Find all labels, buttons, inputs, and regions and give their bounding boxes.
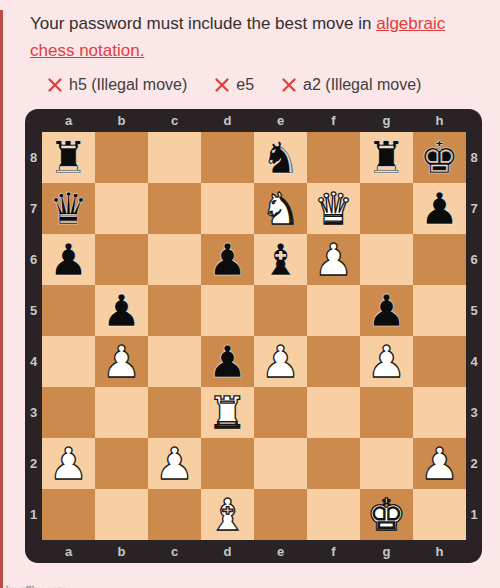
black-pawn-h7: ♟	[420, 183, 459, 234]
square-e4: ♟	[254, 336, 307, 387]
rank-label-1-left: 1	[25, 489, 42, 540]
rank-label-4-right: 4	[466, 336, 482, 387]
square-e6: ♝	[254, 234, 307, 285]
rank-label-6-right: 6	[466, 234, 482, 285]
rank-label-5-right: 5	[466, 285, 482, 336]
square-b8	[95, 132, 148, 183]
square-g4: ♟	[360, 336, 413, 387]
white-pawn-g4: ♟	[367, 336, 406, 387]
square-a4	[42, 336, 95, 387]
square-e1	[254, 489, 307, 540]
square-a1	[42, 489, 95, 540]
board-frame-corner	[466, 109, 482, 132]
rejected-move-label: a2 (Illegal move)	[303, 76, 421, 94]
square-f4	[307, 336, 360, 387]
square-a3	[42, 387, 95, 438]
square-f3	[307, 387, 360, 438]
white-queen-f7: ♛	[314, 183, 353, 234]
black-king-h8: ♚	[420, 132, 459, 183]
rank-label-5-left: 5	[25, 285, 42, 336]
square-f1	[307, 489, 360, 540]
square-c8	[148, 132, 201, 183]
rejected-move-label: h5 (Illegal move)	[69, 76, 187, 94]
file-label-d-top: d	[201, 109, 254, 132]
white-pawn-f6: ♟	[314, 234, 353, 285]
square-h6	[413, 234, 466, 285]
square-d7	[201, 183, 254, 234]
black-pawn-d4: ♟	[208, 336, 247, 387]
error-x-icon	[48, 78, 62, 92]
square-c5	[148, 285, 201, 336]
square-c4	[148, 336, 201, 387]
square-h7: ♟	[413, 183, 466, 234]
file-label-a-bottom: a	[42, 540, 95, 563]
error-x-icon	[282, 78, 296, 92]
square-h1	[413, 489, 466, 540]
square-c3	[148, 387, 201, 438]
white-pawn-h2: ♟	[420, 438, 459, 489]
square-c1	[148, 489, 201, 540]
file-label-g-top: g	[360, 109, 413, 132]
white-pawn-a2: ♟	[49, 438, 88, 489]
square-d5	[201, 285, 254, 336]
black-knight-e8: ♞	[261, 132, 300, 183]
rank-label-8-right: 8	[466, 132, 482, 183]
chess-board: abcdefgh8♜♞♜♚87♛♞♛♟76♟♟♝♟65♟♟54♟♟♟♟43♜32…	[25, 109, 482, 563]
prompt-text-before-link: Your password must include the best move…	[30, 14, 376, 33]
square-a8: ♜	[42, 132, 95, 183]
rank-label-4-left: 4	[25, 336, 42, 387]
black-bishop-e6: ♝	[261, 234, 300, 285]
file-label-f-bottom: f	[307, 540, 360, 563]
black-queen-a7: ♛	[49, 183, 88, 234]
file-label-e-bottom: e	[254, 540, 307, 563]
file-label-g-bottom: g	[360, 540, 413, 563]
board-frame-corner	[25, 109, 42, 132]
square-f2	[307, 438, 360, 489]
square-c2: ♟	[148, 438, 201, 489]
file-label-e-top: e	[254, 109, 307, 132]
square-g8: ♜	[360, 132, 413, 183]
square-b3	[95, 387, 148, 438]
password-requirement-panel: Your password must include the best move…	[0, 10, 500, 588]
square-e5	[254, 285, 307, 336]
rank-label-2-right: 2	[466, 438, 482, 489]
black-pawn-g5: ♟	[367, 285, 406, 336]
rejected-move-label: e5	[236, 76, 254, 94]
square-b2	[95, 438, 148, 489]
square-c6	[148, 234, 201, 285]
square-g5: ♟	[360, 285, 413, 336]
square-g7	[360, 183, 413, 234]
square-h8: ♚	[413, 132, 466, 183]
square-d2	[201, 438, 254, 489]
white-king-g1: ♚	[367, 489, 406, 540]
square-e7: ♞	[254, 183, 307, 234]
square-g1: ♚	[360, 489, 413, 540]
file-label-c-top: c	[148, 109, 201, 132]
board-frame-corner	[466, 540, 482, 563]
rank-label-8-left: 8	[25, 132, 42, 183]
square-c7	[148, 183, 201, 234]
square-f7: ♛	[307, 183, 360, 234]
white-pawn-c2: ♟	[155, 438, 194, 489]
black-pawn-a6: ♟	[49, 234, 88, 285]
square-b6	[95, 234, 148, 285]
rank-label-6-left: 6	[25, 234, 42, 285]
rank-label-3-left: 3	[25, 387, 42, 438]
square-b7	[95, 183, 148, 234]
file-label-h-top: h	[413, 109, 466, 132]
square-g3	[360, 387, 413, 438]
rank-label-7-left: 7	[25, 183, 42, 234]
board-frame-corner	[25, 540, 42, 563]
square-a5	[42, 285, 95, 336]
square-b5: ♟	[95, 285, 148, 336]
file-label-h-bottom: h	[413, 540, 466, 563]
square-d3: ♜	[201, 387, 254, 438]
white-knight-e7: ♞	[261, 183, 300, 234]
imgflip-watermark: imgflip.com	[6, 584, 67, 588]
rejected-move-a2: a2 (Illegal move)	[282, 76, 421, 94]
square-f6: ♟	[307, 234, 360, 285]
square-d1: ♝	[201, 489, 254, 540]
file-label-b-bottom: b	[95, 540, 148, 563]
square-f8	[307, 132, 360, 183]
white-pawn-b4: ♟	[102, 336, 141, 387]
white-rook-d3: ♜	[208, 387, 247, 438]
black-pawn-b5: ♟	[102, 285, 141, 336]
white-bishop-d1: ♝	[208, 489, 247, 540]
square-a2: ♟	[42, 438, 95, 489]
rejected-move-h5: h5 (Illegal move)	[48, 76, 187, 94]
square-d8	[201, 132, 254, 183]
square-b1	[95, 489, 148, 540]
square-h5	[413, 285, 466, 336]
square-b4: ♟	[95, 336, 148, 387]
rank-label-1-right: 1	[466, 489, 482, 540]
square-h2: ♟	[413, 438, 466, 489]
square-g6	[360, 234, 413, 285]
black-pawn-d6: ♟	[208, 234, 247, 285]
rank-label-7-right: 7	[466, 183, 482, 234]
square-d6: ♟	[201, 234, 254, 285]
square-f5	[307, 285, 360, 336]
rejected-move-e5: e5	[215, 76, 254, 94]
file-label-a-top: a	[42, 109, 95, 132]
rank-label-3-right: 3	[466, 387, 482, 438]
prompt-text: Your password must include the best move…	[30, 10, 472, 64]
black-rook-a8: ♜	[49, 132, 88, 183]
rank-label-2-left: 2	[25, 438, 42, 489]
white-pawn-e4: ♟	[261, 336, 300, 387]
file-label-f-top: f	[307, 109, 360, 132]
file-label-c-bottom: c	[148, 540, 201, 563]
file-label-d-bottom: d	[201, 540, 254, 563]
square-e8: ♞	[254, 132, 307, 183]
black-rook-g8: ♜	[367, 132, 406, 183]
square-h4	[413, 336, 466, 387]
square-a7: ♛	[42, 183, 95, 234]
square-g2	[360, 438, 413, 489]
square-e3	[254, 387, 307, 438]
file-label-b-top: b	[95, 109, 148, 132]
square-h3	[413, 387, 466, 438]
square-e2	[254, 438, 307, 489]
square-a6: ♟	[42, 234, 95, 285]
square-d4: ♟	[201, 336, 254, 387]
error-x-icon	[215, 78, 229, 92]
rejected-moves-row: h5 (Illegal move) e5 a2 (Illegal move)	[48, 76, 500, 94]
